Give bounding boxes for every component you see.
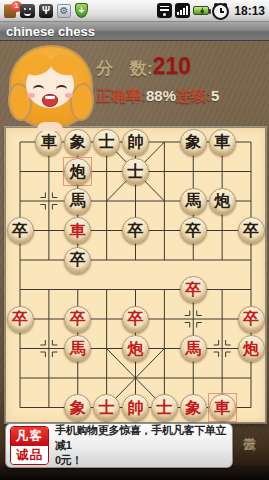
piece-red-r3c2[interactable]: 車 bbox=[64, 217, 91, 244]
ad-watermark: 微云 bbox=[240, 427, 258, 433]
piece-black-r2c2[interactable]: 馬 bbox=[64, 188, 91, 215]
shield-antivirus-icon: + bbox=[75, 3, 88, 18]
piece-red-r6c8[interactable]: 卒 bbox=[238, 306, 265, 333]
streak-value: 5 bbox=[211, 87, 219, 104]
piece-black-r0c2[interactable]: 象 bbox=[64, 129, 91, 156]
phone-screen: 1 Ψ ⚙ + 18:13 chinese chess bbox=[0, 0, 269, 480]
status-bar[interactable]: 1 Ψ ⚙ + 18:13 bbox=[0, 0, 269, 22]
piece-black-r0c1[interactable]: 車 bbox=[35, 129, 62, 156]
piece-red-r9c4[interactable]: 帥 bbox=[122, 394, 149, 421]
piece-black-r0c4[interactable]: 帥 bbox=[122, 129, 149, 156]
piece-black-r0c6[interactable]: 象 bbox=[180, 129, 207, 156]
ad-banner[interactable]: 凡客 诚品 手机购物更多惊喜，手机凡客下单立减1 0元！ bbox=[5, 423, 233, 468]
notification-icon: 1 bbox=[4, 4, 16, 18]
ad-text-line: 手机购物更多惊喜，手机凡客下单立减1 bbox=[55, 423, 228, 453]
score-value: 210 bbox=[153, 53, 191, 80]
game-area: 分 数:210 正确率:88%连续:5 車象士帥象車炮士馬馬炮卒車卒卒卒卒卒卒卒… bbox=[0, 41, 269, 480]
piece-black-r4c2[interactable]: 卒 bbox=[64, 247, 91, 274]
piece-red-r6c4[interactable]: 卒 bbox=[122, 306, 149, 333]
piece-red-r9c3[interactable]: 士 bbox=[93, 394, 120, 421]
status-bar-right: 18:13 bbox=[157, 2, 265, 20]
piece-black-r1c4[interactable]: 士 bbox=[122, 158, 149, 185]
scoreboard: 分 数:210 正确率:88%连续:5 bbox=[96, 53, 219, 106]
piece-red-r9c2[interactable]: 象 bbox=[64, 394, 91, 421]
accuracy-streak-line: 正确率:88%连续:5 bbox=[96, 87, 219, 106]
piece-red-r7c6[interactable]: 馬 bbox=[180, 335, 207, 362]
piece-red-r9c7[interactable]: 車 bbox=[209, 394, 236, 421]
piece-red-r9c5[interactable]: 士 bbox=[151, 394, 178, 421]
score-label: 分 数: bbox=[96, 57, 153, 80]
piece-black-r2c6[interactable]: 馬 bbox=[180, 188, 207, 215]
piece-red-r9c6[interactable]: 象 bbox=[180, 394, 207, 421]
piece-black-r3c4[interactable]: 卒 bbox=[122, 217, 149, 244]
score-line: 分 数:210 bbox=[96, 53, 219, 80]
alarm-clock-icon bbox=[212, 3, 229, 20]
board-pieces: 車象士帥象車炮士馬馬炮卒車卒卒卒卒卒卒卒卒卒馬炮馬炮象士帥士象車 bbox=[6, 128, 265, 422]
sms-message-icon bbox=[20, 4, 35, 18]
piece-red-r5c6[interactable]: 卒 bbox=[180, 276, 207, 303]
piece-black-r0c7[interactable]: 車 bbox=[209, 129, 236, 156]
avatar-eye bbox=[33, 85, 44, 94]
vancl-logo: 凡客 诚品 bbox=[10, 426, 49, 465]
accuracy-label: 正确率: bbox=[96, 87, 146, 104]
avatar-mouth bbox=[42, 94, 58, 107]
signal-strength-icon bbox=[175, 3, 190, 18]
title-bar: chinese chess bbox=[0, 22, 269, 41]
accuracy-value: 88% bbox=[146, 87, 176, 104]
ad-text: 手机购物更多惊喜，手机凡客下单立减1 0元！ bbox=[55, 423, 228, 468]
piece-red-r6c2[interactable]: 卒 bbox=[64, 306, 91, 333]
app-title: chinese chess bbox=[6, 24, 95, 39]
gear-icon: ⚙ bbox=[57, 4, 71, 18]
battery-charging-icon bbox=[193, 6, 209, 15]
ad-text-line: 0元！ bbox=[55, 453, 228, 468]
streak-label: 连续: bbox=[176, 87, 211, 104]
vancl-logo-top: 凡客 bbox=[11, 427, 48, 446]
piece-red-r7c2[interactable]: 馬 bbox=[64, 335, 91, 362]
piece-black-r3c8[interactable]: 卒 bbox=[238, 217, 265, 244]
vancl-logo-bottom: 诚品 bbox=[11, 446, 48, 464]
piece-red-r7c8[interactable]: 炮 bbox=[238, 335, 265, 362]
piece-black-r3c6[interactable]: 卒 bbox=[180, 217, 207, 244]
wifi-hotspot-icon bbox=[157, 3, 172, 18]
piece-red-r6c0[interactable]: 卒 bbox=[7, 306, 34, 333]
status-bar-left: 1 Ψ ⚙ + bbox=[4, 3, 88, 18]
usb-icon: Ψ bbox=[39, 4, 53, 18]
status-time: 18:13 bbox=[234, 4, 265, 18]
piece-black-r2c7[interactable]: 炮 bbox=[209, 188, 236, 215]
piece-black-r0c3[interactable]: 士 bbox=[93, 129, 120, 156]
xiangqi-board[interactable]: 車象士帥象車炮士馬馬炮卒車卒卒卒卒卒卒卒卒卒馬炮馬炮象士帥士象車 bbox=[5, 127, 266, 423]
piece-red-r7c4[interactable]: 炮 bbox=[122, 335, 149, 362]
piece-black-r3c0[interactable]: 卒 bbox=[7, 217, 34, 244]
avatar bbox=[6, 45, 96, 131]
